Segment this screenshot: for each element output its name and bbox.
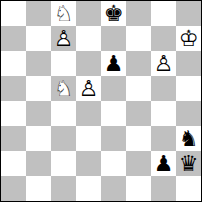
- square-d5[interactable]: ♟♙: [76, 76, 101, 101]
- square-b2[interactable]: [26, 151, 51, 176]
- square-g6[interactable]: ♟♙: [151, 51, 176, 76]
- square-g4[interactable]: [151, 101, 176, 126]
- square-c7[interactable]: ♟♙: [51, 26, 76, 51]
- square-f4[interactable]: [126, 101, 151, 126]
- square-e8[interactable]: ♚: [101, 1, 126, 26]
- square-g2[interactable]: ♟: [151, 151, 176, 176]
- square-a3[interactable]: [1, 126, 26, 151]
- square-c6[interactable]: [51, 51, 76, 76]
- square-e7[interactable]: [101, 26, 126, 51]
- white-king-piece: ♚♔: [176, 26, 201, 51]
- square-c2[interactable]: [51, 151, 76, 176]
- square-a4[interactable]: [1, 101, 26, 126]
- square-e4[interactable]: [101, 101, 126, 126]
- square-d1[interactable]: [76, 176, 101, 201]
- square-f5[interactable]: [126, 76, 151, 101]
- white-pawn-piece: ♟♙: [51, 26, 76, 51]
- square-a7[interactable]: [1, 26, 26, 51]
- square-d6[interactable]: [76, 51, 101, 76]
- square-a1[interactable]: [1, 176, 26, 201]
- square-e2[interactable]: [101, 151, 126, 176]
- square-b8[interactable]: [26, 1, 51, 26]
- square-f1[interactable]: [126, 176, 151, 201]
- square-c3[interactable]: [51, 126, 76, 151]
- square-h5[interactable]: [176, 76, 201, 101]
- square-e6[interactable]: ♟: [101, 51, 126, 76]
- square-c1[interactable]: [51, 176, 76, 201]
- square-g5[interactable]: [151, 76, 176, 101]
- square-h6[interactable]: [176, 51, 201, 76]
- black-pawn-piece: ♟: [101, 51, 126, 76]
- square-a6[interactable]: [1, 51, 26, 76]
- square-d8[interactable]: [76, 1, 101, 26]
- white-pawn-piece: ♟♙: [151, 51, 176, 76]
- square-b7[interactable]: [26, 26, 51, 51]
- square-d2[interactable]: [76, 151, 101, 176]
- square-e1[interactable]: [101, 176, 126, 201]
- square-c4[interactable]: [51, 101, 76, 126]
- square-f8[interactable]: [126, 1, 151, 26]
- square-e3[interactable]: [101, 126, 126, 151]
- square-g1[interactable]: [151, 176, 176, 201]
- square-d7[interactable]: [76, 26, 101, 51]
- black-queen-piece: ♛: [176, 151, 201, 176]
- white-knight-piece: ♞♘: [51, 76, 76, 101]
- square-h3[interactable]: ♞: [176, 126, 201, 151]
- square-g7[interactable]: [151, 26, 176, 51]
- square-d4[interactable]: [76, 101, 101, 126]
- square-h8[interactable]: [176, 1, 201, 26]
- square-g8[interactable]: [151, 1, 176, 26]
- square-b5[interactable]: [26, 76, 51, 101]
- black-king-piece: ♚: [101, 1, 126, 26]
- square-b3[interactable]: [26, 126, 51, 151]
- black-knight-piece: ♞: [176, 126, 201, 151]
- square-b6[interactable]: [26, 51, 51, 76]
- white-pawn-piece: ♟♙: [76, 76, 101, 101]
- square-b4[interactable]: [26, 101, 51, 126]
- chess-board: ♞♘♚♟♙♚♔♟♟♙♞♘♟♙♞♟♛: [0, 0, 202, 202]
- square-d3[interactable]: [76, 126, 101, 151]
- square-a8[interactable]: [1, 1, 26, 26]
- square-c8[interactable]: ♞♘: [51, 1, 76, 26]
- square-a2[interactable]: [1, 151, 26, 176]
- square-f3[interactable]: [126, 126, 151, 151]
- square-h7[interactable]: ♚♔: [176, 26, 201, 51]
- square-c5[interactable]: ♞♘: [51, 76, 76, 101]
- black-pawn-piece: ♟: [151, 151, 176, 176]
- square-f7[interactable]: [126, 26, 151, 51]
- square-f2[interactable]: [126, 151, 151, 176]
- square-b1[interactable]: [26, 176, 51, 201]
- chess-diagram: ♞♘♚♟♙♚♔♟♟♙♞♘♟♙♞♟♛: [0, 0, 202, 202]
- square-h1[interactable]: [176, 176, 201, 201]
- square-f6[interactable]: [126, 51, 151, 76]
- square-a5[interactable]: [1, 76, 26, 101]
- square-e5[interactable]: [101, 76, 126, 101]
- square-g3[interactable]: [151, 126, 176, 151]
- square-h4[interactable]: [176, 101, 201, 126]
- white-knight-piece: ♞♘: [51, 1, 76, 26]
- square-h2[interactable]: ♛: [176, 151, 201, 176]
